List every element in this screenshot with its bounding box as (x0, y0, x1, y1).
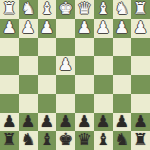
square-c1[interactable]: ♝ (94, 0, 113, 19)
white-rook-piece[interactable]: ♜ (133, 1, 148, 18)
square-a5[interactable] (131, 75, 150, 94)
black-pawn-piece[interactable]: ♟ (133, 113, 148, 130)
black-pawn-piece[interactable]: ♟ (114, 113, 129, 130)
square-a8[interactable]: ♜ (131, 131, 150, 150)
square-e3[interactable] (56, 38, 75, 57)
square-g6[interactable] (19, 94, 38, 113)
square-d2[interactable]: ♟ (75, 19, 94, 38)
black-pawn-piece[interactable]: ♟ (2, 113, 17, 130)
square-h5[interactable] (0, 75, 19, 94)
square-f7[interactable]: ♟ (38, 113, 57, 132)
square-g3[interactable] (19, 38, 38, 57)
square-d5[interactable] (75, 75, 94, 94)
square-f1[interactable]: ♝ (38, 0, 57, 19)
square-b7[interactable]: ♟ (113, 113, 132, 132)
square-e8[interactable]: ♚ (56, 131, 75, 150)
square-b1[interactable]: ♞ (113, 0, 132, 19)
white-rook-piece[interactable]: ♜ (2, 1, 17, 18)
square-h6[interactable] (0, 94, 19, 113)
square-g8[interactable]: ♞ (19, 131, 38, 150)
black-bishop-piece[interactable]: ♝ (39, 132, 54, 149)
square-e6[interactable] (56, 94, 75, 113)
white-pawn-piece[interactable]: ♟ (39, 19, 54, 36)
square-a6[interactable] (131, 94, 150, 113)
chess-board: ♜♞♝♚♛♝♞♜♟♟♟♟♟♟♟♟♟♟♟♟♟♟♟♟♜♞♝♚♛♝♞♜ (0, 0, 150, 150)
white-pawn-piece[interactable]: ♟ (21, 19, 36, 36)
square-c8[interactable]: ♝ (94, 131, 113, 150)
white-queen-piece[interactable]: ♛ (77, 1, 92, 18)
square-b5[interactable] (113, 75, 132, 94)
square-f8[interactable]: ♝ (38, 131, 57, 150)
square-d6[interactable] (75, 94, 94, 113)
square-g2[interactable]: ♟ (19, 19, 38, 38)
white-pawn-piece[interactable]: ♟ (133, 19, 148, 36)
square-a7[interactable]: ♟ (131, 113, 150, 132)
square-g4[interactable] (19, 56, 38, 75)
black-king-piece[interactable]: ♚ (58, 132, 73, 149)
square-e2[interactable] (56, 19, 75, 38)
black-pawn-piece[interactable]: ♟ (39, 113, 54, 130)
black-pawn-piece[interactable]: ♟ (21, 113, 36, 130)
white-pawn-piece[interactable]: ♟ (58, 57, 73, 74)
white-pawn-piece[interactable]: ♟ (2, 19, 17, 36)
square-a1[interactable]: ♜ (131, 0, 150, 19)
square-g1[interactable]: ♞ (19, 0, 38, 19)
square-b8[interactable]: ♞ (113, 131, 132, 150)
white-pawn-piece[interactable]: ♟ (96, 19, 111, 36)
square-d1[interactable]: ♛ (75, 0, 94, 19)
black-queen-piece[interactable]: ♛ (77, 132, 92, 149)
black-rook-piece[interactable]: ♜ (133, 132, 148, 149)
black-pawn-piece[interactable]: ♟ (58, 113, 73, 130)
square-b2[interactable]: ♟ (113, 19, 132, 38)
square-b6[interactable] (113, 94, 132, 113)
square-c7[interactable]: ♟ (94, 113, 113, 132)
square-h1[interactable]: ♜ (0, 0, 19, 19)
black-rook-piece[interactable]: ♜ (2, 132, 17, 149)
white-knight-piece[interactable]: ♞ (114, 1, 129, 18)
square-g5[interactable] (19, 75, 38, 94)
square-a2[interactable]: ♟ (131, 19, 150, 38)
white-knight-piece[interactable]: ♞ (21, 1, 36, 18)
square-c4[interactable] (94, 56, 113, 75)
square-f4[interactable] (38, 56, 57, 75)
black-knight-piece[interactable]: ♞ (114, 132, 129, 149)
square-c5[interactable] (94, 75, 113, 94)
square-f6[interactable] (38, 94, 57, 113)
white-bishop-piece[interactable]: ♝ (39, 1, 54, 18)
square-d8[interactable]: ♛ (75, 131, 94, 150)
black-bishop-piece[interactable]: ♝ (96, 132, 111, 149)
square-h8[interactable]: ♜ (0, 131, 19, 150)
black-pawn-piece[interactable]: ♟ (77, 113, 92, 130)
square-h3[interactable] (0, 38, 19, 57)
white-pawn-piece[interactable]: ♟ (114, 19, 129, 36)
square-c3[interactable] (94, 38, 113, 57)
square-a3[interactable] (131, 38, 150, 57)
square-e7[interactable]: ♟ (56, 113, 75, 132)
square-b3[interactable] (113, 38, 132, 57)
square-d3[interactable] (75, 38, 94, 57)
square-b4[interactable] (113, 56, 132, 75)
square-e4[interactable]: ♟ (56, 56, 75, 75)
black-knight-piece[interactable]: ♞ (21, 132, 36, 149)
square-f3[interactable] (38, 38, 57, 57)
square-h7[interactable]: ♟ (0, 113, 19, 132)
square-e1[interactable]: ♚ (56, 0, 75, 19)
white-king-piece[interactable]: ♚ (58, 1, 73, 18)
square-g7[interactable]: ♟ (19, 113, 38, 132)
black-pawn-piece[interactable]: ♟ (96, 113, 111, 130)
square-c2[interactable]: ♟ (94, 19, 113, 38)
square-h4[interactable] (0, 56, 19, 75)
square-d7[interactable]: ♟ (75, 113, 94, 132)
white-bishop-piece[interactable]: ♝ (96, 1, 111, 18)
square-e5[interactable] (56, 75, 75, 94)
square-a4[interactable] (131, 56, 150, 75)
square-f5[interactable] (38, 75, 57, 94)
square-c6[interactable] (94, 94, 113, 113)
square-h2[interactable]: ♟ (0, 19, 19, 38)
square-f2[interactable]: ♟ (38, 19, 57, 38)
square-d4[interactable] (75, 56, 94, 75)
white-pawn-piece[interactable]: ♟ (77, 19, 92, 36)
